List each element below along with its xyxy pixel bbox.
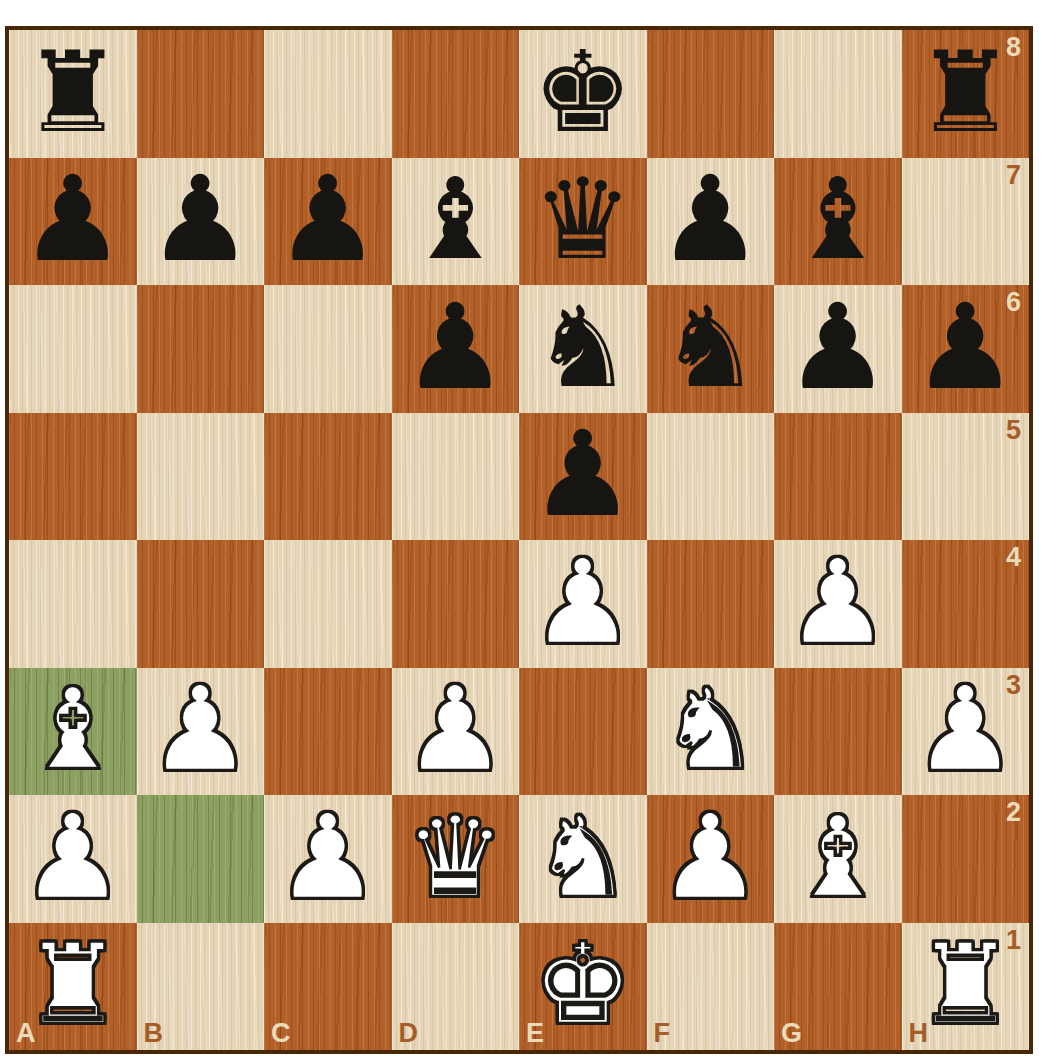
black-pawn[interactable]: ♟ bbox=[912, 288, 1018, 406]
black-pawn[interactable]: ♟ bbox=[275, 160, 381, 278]
square-h7[interactable]: 7 bbox=[902, 158, 1030, 286]
square-f6[interactable]: ♞ bbox=[647, 285, 775, 413]
file-label-c: C bbox=[271, 1020, 291, 1047]
square-g7[interactable]: ♝ bbox=[774, 158, 902, 286]
square-b7[interactable]: ♟ bbox=[137, 158, 265, 286]
square-b1[interactable]: B bbox=[137, 923, 265, 1051]
white-pawn[interactable]: ♟ bbox=[912, 670, 1018, 788]
square-f2[interactable]: ♟ bbox=[647, 795, 775, 923]
black-knight[interactable]: ♞ bbox=[660, 291, 760, 403]
black-knight[interactable]: ♞ bbox=[533, 291, 633, 403]
black-king[interactable]: ♚ bbox=[533, 36, 633, 148]
black-pawn[interactable]: ♟ bbox=[20, 160, 126, 278]
chess-board: ♜♚8♜♟♟♟♝♛♟♝7♟♞♞♟6♟♟5♟♟4♝♟♟♞3♟♟♟♛♞♟♝2A♜BC… bbox=[5, 26, 1033, 1054]
white-pawn[interactable]: ♟ bbox=[275, 798, 381, 916]
square-h3[interactable]: 3♟ bbox=[902, 668, 1030, 796]
square-e1[interactable]: E♚ bbox=[519, 923, 647, 1051]
black-pawn[interactable]: ♟ bbox=[530, 415, 636, 533]
square-g3[interactable] bbox=[774, 668, 902, 796]
square-c2[interactable]: ♟ bbox=[264, 795, 392, 923]
square-e6[interactable]: ♞ bbox=[519, 285, 647, 413]
square-f7[interactable]: ♟ bbox=[647, 158, 775, 286]
white-pawn[interactable]: ♟ bbox=[402, 670, 508, 788]
square-e4[interactable]: ♟ bbox=[519, 540, 647, 668]
square-c3[interactable] bbox=[264, 668, 392, 796]
white-pawn[interactable]: ♟ bbox=[530, 543, 636, 661]
square-e8[interactable]: ♚ bbox=[519, 30, 647, 158]
square-f5[interactable] bbox=[647, 413, 775, 541]
square-b5[interactable] bbox=[137, 413, 265, 541]
white-rook[interactable]: ♜ bbox=[915, 928, 1015, 1040]
black-pawn[interactable]: ♟ bbox=[402, 288, 508, 406]
square-d5[interactable] bbox=[392, 413, 520, 541]
square-f8[interactable] bbox=[647, 30, 775, 158]
rank-label-4: 4 bbox=[1006, 544, 1021, 571]
square-g4[interactable]: ♟ bbox=[774, 540, 902, 668]
white-pawn[interactable]: ♟ bbox=[657, 798, 763, 916]
square-h5[interactable]: 5 bbox=[902, 413, 1030, 541]
square-b8[interactable] bbox=[137, 30, 265, 158]
rank-label-2: 2 bbox=[1006, 799, 1021, 826]
square-b2[interactable] bbox=[137, 795, 265, 923]
file-label-f: F bbox=[654, 1020, 671, 1047]
file-label-g: G bbox=[781, 1020, 802, 1047]
white-pawn[interactable]: ♟ bbox=[147, 670, 253, 788]
square-h6[interactable]: 6♟ bbox=[902, 285, 1030, 413]
white-bishop[interactable]: ♝ bbox=[23, 673, 123, 785]
white-queen[interactable]: ♛ bbox=[405, 801, 505, 913]
white-knight[interactable]: ♞ bbox=[533, 801, 633, 913]
square-f3[interactable]: ♞ bbox=[647, 668, 775, 796]
square-h4[interactable]: 4 bbox=[902, 540, 1030, 668]
white-pawn[interactable]: ♟ bbox=[785, 543, 891, 661]
square-e3[interactable] bbox=[519, 668, 647, 796]
square-a5[interactable] bbox=[9, 413, 137, 541]
square-h2[interactable]: 2 bbox=[902, 795, 1030, 923]
square-g1[interactable]: G bbox=[774, 923, 902, 1051]
square-d3[interactable]: ♟ bbox=[392, 668, 520, 796]
square-e7[interactable]: ♛ bbox=[519, 158, 647, 286]
rank-label-5: 5 bbox=[1006, 417, 1021, 444]
file-label-b: B bbox=[144, 1020, 164, 1047]
square-g2[interactable]: ♝ bbox=[774, 795, 902, 923]
square-e2[interactable]: ♞ bbox=[519, 795, 647, 923]
square-g8[interactable] bbox=[774, 30, 902, 158]
square-c6[interactable] bbox=[264, 285, 392, 413]
square-d6[interactable]: ♟ bbox=[392, 285, 520, 413]
square-a2[interactable]: ♟ bbox=[9, 795, 137, 923]
square-b3[interactable]: ♟ bbox=[137, 668, 265, 796]
black-rook[interactable]: ♜ bbox=[915, 36, 1015, 148]
black-bishop[interactable]: ♝ bbox=[405, 163, 505, 275]
black-pawn[interactable]: ♟ bbox=[785, 288, 891, 406]
black-bishop[interactable]: ♝ bbox=[788, 163, 888, 275]
square-a4[interactable] bbox=[9, 540, 137, 668]
white-rook[interactable]: ♜ bbox=[23, 928, 123, 1040]
square-a7[interactable]: ♟ bbox=[9, 158, 137, 286]
black-pawn[interactable]: ♟ bbox=[657, 160, 763, 278]
rank-label-7: 7 bbox=[1006, 162, 1021, 189]
square-c7[interactable]: ♟ bbox=[264, 158, 392, 286]
square-a8[interactable]: ♜ bbox=[9, 30, 137, 158]
square-f1[interactable]: F bbox=[647, 923, 775, 1051]
square-d2[interactable]: ♛ bbox=[392, 795, 520, 923]
square-c5[interactable] bbox=[264, 413, 392, 541]
square-h1[interactable]: 1H♜ bbox=[902, 923, 1030, 1051]
square-g5[interactable] bbox=[774, 413, 902, 541]
square-f4[interactable] bbox=[647, 540, 775, 668]
white-king[interactable]: ♚ bbox=[533, 928, 633, 1040]
square-e5[interactable]: ♟ bbox=[519, 413, 647, 541]
white-bishop[interactable]: ♝ bbox=[788, 801, 888, 913]
white-pawn[interactable]: ♟ bbox=[20, 798, 126, 916]
square-d7[interactable]: ♝ bbox=[392, 158, 520, 286]
square-c1[interactable]: C bbox=[264, 923, 392, 1051]
square-a1[interactable]: A♜ bbox=[9, 923, 137, 1051]
white-knight[interactable]: ♞ bbox=[660, 673, 760, 785]
square-d1[interactable]: D bbox=[392, 923, 520, 1051]
black-rook[interactable]: ♜ bbox=[23, 36, 123, 148]
square-c8[interactable] bbox=[264, 30, 392, 158]
square-d4[interactable] bbox=[392, 540, 520, 668]
square-b6[interactable] bbox=[137, 285, 265, 413]
square-c4[interactable] bbox=[264, 540, 392, 668]
square-h8[interactable]: 8♜ bbox=[902, 30, 1030, 158]
file-label-d: D bbox=[399, 1020, 419, 1047]
square-g6[interactable]: ♟ bbox=[774, 285, 902, 413]
square-a6[interactable] bbox=[9, 285, 137, 413]
square-d8[interactable] bbox=[392, 30, 520, 158]
black-queen[interactable]: ♛ bbox=[533, 163, 633, 275]
square-a3[interactable]: ♝ bbox=[9, 668, 137, 796]
black-pawn[interactable]: ♟ bbox=[147, 160, 253, 278]
square-b4[interactable] bbox=[137, 540, 265, 668]
